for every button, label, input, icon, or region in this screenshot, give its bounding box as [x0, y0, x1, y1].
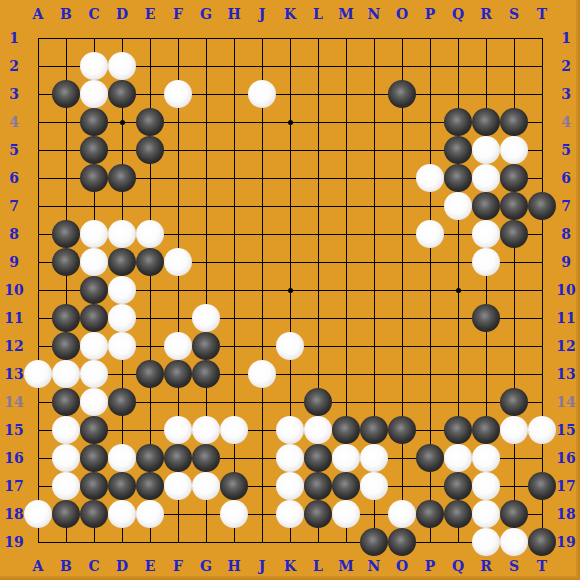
- black-stone: [528, 528, 556, 556]
- black-stone: [444, 164, 472, 192]
- coordinate-label: O: [388, 552, 416, 580]
- black-stone: [360, 416, 388, 444]
- black-stone: [136, 248, 164, 276]
- coordinate-label: J: [248, 0, 276, 28]
- white-stone: [108, 52, 136, 80]
- coordinate-label: 2: [0, 52, 28, 80]
- coordinate-label: 13: [552, 360, 580, 388]
- black-stone: [500, 388, 528, 416]
- star-point: [288, 288, 293, 293]
- black-stone: [528, 192, 556, 220]
- coordinate-label: K: [276, 552, 304, 580]
- coordinate-label: 19: [0, 528, 28, 556]
- go-board-frame: AABBCCDDEEFFGGHHJJKKLLMMNNOOPPQQRRSSTT11…: [0, 0, 580, 580]
- coordinate-label: 12: [0, 332, 28, 360]
- coordinate-label: A: [24, 0, 52, 28]
- coordinate-label: 16: [0, 444, 28, 472]
- white-stone: [108, 304, 136, 332]
- white-stone: [108, 500, 136, 528]
- white-stone: [80, 360, 108, 388]
- black-stone: [80, 472, 108, 500]
- coordinate-label: 7: [0, 192, 28, 220]
- star-point: [120, 120, 125, 125]
- star-point: [456, 288, 461, 293]
- coordinate-label: 6: [0, 164, 28, 192]
- coordinate-label: 15: [0, 416, 28, 444]
- coordinate-label: N: [360, 552, 388, 580]
- coordinate-label: 17: [0, 472, 28, 500]
- black-stone: [444, 500, 472, 528]
- white-stone: [444, 192, 472, 220]
- black-stone: [80, 276, 108, 304]
- coordinate-label: G: [192, 552, 220, 580]
- black-stone: [80, 304, 108, 332]
- white-stone: [472, 472, 500, 500]
- coordinate-label: 9: [0, 248, 28, 276]
- black-stone: [192, 332, 220, 360]
- black-stone: [80, 136, 108, 164]
- white-stone: [472, 248, 500, 276]
- black-stone: [388, 416, 416, 444]
- black-stone: [52, 388, 80, 416]
- coordinate-label: C: [80, 0, 108, 28]
- black-stone: [136, 108, 164, 136]
- white-stone: [192, 304, 220, 332]
- white-stone: [136, 220, 164, 248]
- coordinate-label: E: [136, 552, 164, 580]
- coordinate-label: 4: [0, 108, 28, 136]
- coordinate-label: P: [416, 0, 444, 28]
- black-stone: [136, 472, 164, 500]
- coordinate-label: 9: [552, 248, 580, 276]
- coordinate-label: J: [248, 552, 276, 580]
- black-stone: [80, 500, 108, 528]
- black-stone: [52, 500, 80, 528]
- white-stone: [276, 416, 304, 444]
- black-stone: [192, 360, 220, 388]
- white-stone: [108, 444, 136, 472]
- black-stone: [444, 108, 472, 136]
- black-stone: [500, 108, 528, 136]
- black-stone: [304, 500, 332, 528]
- coordinate-label: 6: [552, 164, 580, 192]
- black-stone: [80, 416, 108, 444]
- black-stone: [472, 416, 500, 444]
- star-point: [288, 120, 293, 125]
- black-stone: [472, 192, 500, 220]
- white-stone: [276, 444, 304, 472]
- coordinate-label: L: [304, 552, 332, 580]
- coordinate-label: 7: [552, 192, 580, 220]
- white-stone: [80, 332, 108, 360]
- coordinate-label: N: [360, 0, 388, 28]
- coordinate-label: 11: [0, 304, 28, 332]
- white-stone: [276, 500, 304, 528]
- black-stone: [220, 472, 248, 500]
- coordinate-label: D: [108, 552, 136, 580]
- black-stone: [304, 444, 332, 472]
- coordinate-label: O: [388, 0, 416, 28]
- black-stone: [136, 360, 164, 388]
- white-stone: [416, 220, 444, 248]
- coordinate-label: 3: [552, 80, 580, 108]
- black-stone: [444, 416, 472, 444]
- black-stone: [528, 472, 556, 500]
- black-stone: [500, 164, 528, 192]
- coordinate-label: 5: [552, 136, 580, 164]
- coordinate-label: 4: [552, 108, 580, 136]
- black-stone: [472, 108, 500, 136]
- white-stone: [24, 360, 52, 388]
- white-stone: [388, 500, 416, 528]
- white-stone: [248, 80, 276, 108]
- white-stone: [192, 416, 220, 444]
- black-stone: [192, 444, 220, 472]
- white-stone: [304, 416, 332, 444]
- black-stone: [108, 80, 136, 108]
- white-stone: [332, 444, 360, 472]
- coordinate-label: B: [52, 0, 80, 28]
- coordinate-label: 8: [552, 220, 580, 248]
- white-stone: [192, 472, 220, 500]
- coordinate-label: H: [220, 0, 248, 28]
- white-stone: [500, 416, 528, 444]
- coordinate-label: 2: [552, 52, 580, 80]
- coordinate-label: 18: [552, 500, 580, 528]
- coordinate-label: S: [500, 0, 528, 28]
- white-stone: [500, 136, 528, 164]
- coordinate-label: Q: [444, 0, 472, 28]
- coordinate-label: H: [220, 552, 248, 580]
- white-stone: [276, 472, 304, 500]
- coordinate-label: F: [164, 552, 192, 580]
- white-stone: [220, 500, 248, 528]
- black-stone: [500, 192, 528, 220]
- coordinate-label: S: [500, 552, 528, 580]
- black-stone: [332, 472, 360, 500]
- coordinate-label: 10: [0, 276, 28, 304]
- white-stone: [80, 80, 108, 108]
- black-stone: [80, 164, 108, 192]
- white-stone: [52, 472, 80, 500]
- coordinate-label: 14: [552, 388, 580, 416]
- black-stone: [108, 388, 136, 416]
- white-stone: [472, 444, 500, 472]
- white-stone: [52, 416, 80, 444]
- coordinate-label: 11: [552, 304, 580, 332]
- white-stone: [108, 276, 136, 304]
- black-stone: [136, 444, 164, 472]
- white-stone: [500, 528, 528, 556]
- white-stone: [360, 472, 388, 500]
- black-stone: [108, 164, 136, 192]
- coordinate-label: M: [332, 0, 360, 28]
- black-stone: [444, 472, 472, 500]
- black-stone: [80, 108, 108, 136]
- coordinate-label: M: [332, 552, 360, 580]
- black-stone: [388, 80, 416, 108]
- black-stone: [304, 388, 332, 416]
- coordinate-label: 5: [0, 136, 28, 164]
- black-stone: [52, 332, 80, 360]
- black-stone: [52, 220, 80, 248]
- white-stone: [80, 52, 108, 80]
- black-stone: [332, 416, 360, 444]
- white-stone: [332, 500, 360, 528]
- white-stone: [248, 360, 276, 388]
- coordinate-label: 14: [0, 388, 28, 416]
- coordinate-label: 12: [552, 332, 580, 360]
- coordinate-label: R: [472, 552, 500, 580]
- black-stone: [52, 248, 80, 276]
- white-stone: [108, 220, 136, 248]
- white-stone: [164, 248, 192, 276]
- coordinate-label: E: [136, 0, 164, 28]
- black-stone: [472, 304, 500, 332]
- white-stone: [52, 444, 80, 472]
- coordinate-label: 3: [0, 80, 28, 108]
- white-stone: [80, 388, 108, 416]
- white-stone: [472, 500, 500, 528]
- coordinate-label: 1: [552, 24, 580, 52]
- white-stone: [360, 444, 388, 472]
- black-stone: [108, 472, 136, 500]
- black-stone: [444, 136, 472, 164]
- coordinate-label: 10: [552, 276, 580, 304]
- coordinate-label: F: [164, 0, 192, 28]
- black-stone: [136, 136, 164, 164]
- black-stone: [108, 248, 136, 276]
- white-stone: [164, 472, 192, 500]
- coordinate-label: 17: [552, 472, 580, 500]
- coordinate-label: 19: [552, 528, 580, 556]
- black-stone: [164, 444, 192, 472]
- coordinate-label: 16: [552, 444, 580, 472]
- white-stone: [472, 528, 500, 556]
- white-stone: [164, 332, 192, 360]
- coordinate-label: Q: [444, 552, 472, 580]
- white-stone: [164, 416, 192, 444]
- coordinate-label: 15: [552, 416, 580, 444]
- black-stone: [388, 528, 416, 556]
- white-stone: [416, 164, 444, 192]
- white-stone: [164, 80, 192, 108]
- coordinate-label: A: [24, 552, 52, 580]
- white-stone: [472, 220, 500, 248]
- white-stone: [528, 416, 556, 444]
- white-stone: [80, 220, 108, 248]
- coordinate-label: C: [80, 552, 108, 580]
- white-stone: [136, 500, 164, 528]
- black-stone: [52, 304, 80, 332]
- black-stone: [80, 444, 108, 472]
- coordinate-label: 1: [0, 24, 28, 52]
- coordinate-label: B: [52, 552, 80, 580]
- coordinate-label: R: [472, 0, 500, 28]
- coordinate-label: D: [108, 0, 136, 28]
- coordinate-label: K: [276, 0, 304, 28]
- white-stone: [24, 500, 52, 528]
- white-stone: [472, 136, 500, 164]
- black-stone: [52, 80, 80, 108]
- black-stone: [500, 220, 528, 248]
- coordinate-label: P: [416, 552, 444, 580]
- white-stone: [80, 248, 108, 276]
- white-stone: [220, 416, 248, 444]
- black-stone: [164, 360, 192, 388]
- coordinate-label: 8: [0, 220, 28, 248]
- white-stone: [108, 332, 136, 360]
- white-stone: [444, 444, 472, 472]
- black-stone: [304, 472, 332, 500]
- coordinate-label: T: [528, 552, 556, 580]
- coordinate-label: G: [192, 0, 220, 28]
- white-stone: [52, 360, 80, 388]
- white-stone: [472, 164, 500, 192]
- coordinate-label: L: [304, 0, 332, 28]
- white-stone: [276, 332, 304, 360]
- black-stone: [416, 500, 444, 528]
- black-stone: [416, 444, 444, 472]
- black-stone: [360, 528, 388, 556]
- black-stone: [500, 500, 528, 528]
